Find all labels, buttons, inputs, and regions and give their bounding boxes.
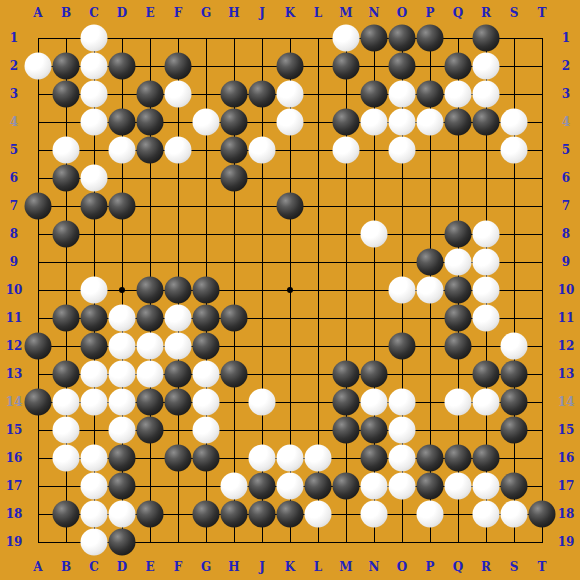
row-label: 7 bbox=[562, 200, 570, 212]
column-label: H bbox=[228, 561, 239, 573]
black-stone[interactable] bbox=[193, 277, 220, 304]
column-label: B bbox=[61, 7, 71, 19]
column-label: E bbox=[145, 7, 154, 19]
white-stone[interactable] bbox=[81, 277, 108, 304]
white-stone[interactable] bbox=[389, 277, 416, 304]
black-stone[interactable] bbox=[137, 81, 164, 108]
white-stone[interactable] bbox=[361, 473, 388, 500]
black-stone[interactable] bbox=[165, 445, 192, 472]
column-label: A bbox=[33, 561, 42, 573]
white-stone[interactable] bbox=[361, 389, 388, 416]
black-stone[interactable] bbox=[25, 389, 52, 416]
black-stone[interactable] bbox=[501, 473, 528, 500]
white-stone[interactable] bbox=[417, 501, 444, 528]
black-stone[interactable] bbox=[109, 193, 136, 220]
black-stone[interactable] bbox=[53, 305, 80, 332]
white-stone[interactable] bbox=[81, 53, 108, 80]
row-label: 14 bbox=[6, 396, 23, 408]
white-stone[interactable] bbox=[473, 221, 500, 248]
white-stone[interactable] bbox=[109, 417, 136, 444]
black-stone[interactable] bbox=[417, 81, 444, 108]
black-stone[interactable] bbox=[193, 333, 220, 360]
white-stone[interactable] bbox=[109, 361, 136, 388]
row-label: 8 bbox=[562, 228, 570, 240]
row-label: 4 bbox=[562, 116, 570, 128]
black-stone[interactable] bbox=[137, 109, 164, 136]
column-label: C bbox=[89, 7, 99, 19]
white-stone[interactable] bbox=[165, 333, 192, 360]
black-stone[interactable] bbox=[193, 305, 220, 332]
white-stone[interactable] bbox=[53, 417, 80, 444]
black-stone[interactable] bbox=[529, 501, 556, 528]
black-stone[interactable] bbox=[417, 473, 444, 500]
black-stone[interactable] bbox=[221, 109, 248, 136]
black-stone[interactable] bbox=[81, 305, 108, 332]
white-stone[interactable] bbox=[53, 389, 80, 416]
row-label: 19 bbox=[558, 536, 575, 548]
go-board-window: AABBCCDDEEFFGGHHJJKKLLMMNNOOPPQQRRSSTT11… bbox=[0, 0, 580, 580]
row-label: 16 bbox=[558, 452, 575, 464]
white-stone[interactable] bbox=[81, 25, 108, 52]
black-stone[interactable] bbox=[305, 473, 332, 500]
row-label: 3 bbox=[562, 88, 570, 100]
row-label: 17 bbox=[6, 480, 23, 492]
black-stone[interactable] bbox=[137, 137, 164, 164]
white-stone[interactable] bbox=[165, 137, 192, 164]
white-stone[interactable] bbox=[473, 53, 500, 80]
column-label: J bbox=[259, 561, 265, 573]
white-stone[interactable] bbox=[389, 81, 416, 108]
grid-line-vertical bbox=[542, 38, 543, 543]
white-stone[interactable] bbox=[137, 333, 164, 360]
white-stone[interactable] bbox=[501, 137, 528, 164]
column-label: D bbox=[117, 561, 127, 573]
row-label: 4 bbox=[10, 116, 18, 128]
white-stone[interactable] bbox=[417, 277, 444, 304]
row-label: 12 bbox=[6, 340, 23, 352]
black-stone[interactable] bbox=[109, 445, 136, 472]
white-stone[interactable] bbox=[473, 305, 500, 332]
black-stone[interactable] bbox=[361, 81, 388, 108]
black-stone[interactable] bbox=[81, 333, 108, 360]
white-stone[interactable] bbox=[193, 417, 220, 444]
column-label: H bbox=[228, 7, 239, 19]
white-stone[interactable] bbox=[501, 501, 528, 528]
white-stone[interactable] bbox=[81, 165, 108, 192]
white-stone[interactable] bbox=[277, 473, 304, 500]
white-stone[interactable] bbox=[165, 81, 192, 108]
black-stone[interactable] bbox=[53, 361, 80, 388]
row-label: 2 bbox=[10, 60, 18, 72]
row-label: 10 bbox=[558, 284, 575, 296]
white-stone[interactable] bbox=[389, 137, 416, 164]
row-label: 16 bbox=[6, 452, 23, 464]
column-label: E bbox=[145, 561, 154, 573]
black-stone[interactable] bbox=[473, 109, 500, 136]
black-stone[interactable] bbox=[249, 473, 276, 500]
white-stone[interactable] bbox=[473, 81, 500, 108]
black-stone[interactable] bbox=[53, 221, 80, 248]
white-stone[interactable] bbox=[81, 529, 108, 556]
black-stone[interactable] bbox=[333, 361, 360, 388]
white-stone[interactable] bbox=[361, 221, 388, 248]
white-stone[interactable] bbox=[81, 109, 108, 136]
black-stone[interactable] bbox=[277, 193, 304, 220]
column-label: F bbox=[174, 561, 183, 573]
column-label: K bbox=[285, 7, 295, 19]
column-label: A bbox=[33, 7, 42, 19]
column-label: R bbox=[481, 561, 491, 573]
black-stone[interactable] bbox=[53, 53, 80, 80]
row-label: 17 bbox=[558, 480, 575, 492]
column-label: M bbox=[339, 7, 352, 19]
black-stone[interactable] bbox=[25, 193, 52, 220]
black-stone[interactable] bbox=[333, 417, 360, 444]
row-label: 7 bbox=[10, 200, 18, 212]
column-label: B bbox=[61, 561, 71, 573]
black-stone[interactable] bbox=[445, 109, 472, 136]
white-stone[interactable] bbox=[305, 501, 332, 528]
row-label: 14 bbox=[558, 396, 575, 408]
white-stone[interactable] bbox=[389, 109, 416, 136]
black-stone[interactable] bbox=[53, 81, 80, 108]
black-stone[interactable] bbox=[501, 361, 528, 388]
black-stone[interactable] bbox=[165, 53, 192, 80]
column-label: N bbox=[369, 561, 380, 573]
white-stone[interactable] bbox=[389, 445, 416, 472]
black-stone[interactable] bbox=[445, 53, 472, 80]
white-stone[interactable] bbox=[277, 445, 304, 472]
black-stone[interactable] bbox=[473, 25, 500, 52]
white-stone[interactable] bbox=[501, 333, 528, 360]
black-stone[interactable] bbox=[501, 417, 528, 444]
white-stone[interactable] bbox=[81, 445, 108, 472]
column-label: L bbox=[314, 561, 322, 573]
black-stone[interactable] bbox=[249, 81, 276, 108]
black-stone[interactable] bbox=[137, 417, 164, 444]
black-stone[interactable] bbox=[221, 165, 248, 192]
white-stone[interactable] bbox=[81, 501, 108, 528]
black-stone[interactable] bbox=[221, 137, 248, 164]
white-stone[interactable] bbox=[473, 389, 500, 416]
column-label: S bbox=[510, 561, 519, 573]
white-stone[interactable] bbox=[333, 25, 360, 52]
white-stone[interactable] bbox=[417, 109, 444, 136]
white-stone[interactable] bbox=[109, 501, 136, 528]
white-stone[interactable] bbox=[193, 389, 220, 416]
white-stone[interactable] bbox=[25, 53, 52, 80]
black-stone[interactable] bbox=[221, 81, 248, 108]
row-label: 15 bbox=[6, 424, 23, 436]
black-stone[interactable] bbox=[137, 305, 164, 332]
black-stone[interactable] bbox=[137, 389, 164, 416]
row-label: 8 bbox=[10, 228, 18, 240]
black-stone[interactable] bbox=[53, 165, 80, 192]
row-label: 2 bbox=[562, 60, 570, 72]
white-stone[interactable] bbox=[53, 137, 80, 164]
white-stone[interactable] bbox=[445, 81, 472, 108]
white-stone[interactable] bbox=[81, 361, 108, 388]
white-stone[interactable] bbox=[81, 389, 108, 416]
column-label: P bbox=[425, 7, 434, 19]
black-stone[interactable] bbox=[333, 473, 360, 500]
black-stone[interactable] bbox=[333, 109, 360, 136]
black-stone[interactable] bbox=[473, 445, 500, 472]
black-stone[interactable] bbox=[277, 53, 304, 80]
column-label: G bbox=[201, 561, 211, 573]
column-label: S bbox=[510, 7, 519, 19]
row-label: 13 bbox=[6, 368, 23, 380]
white-stone[interactable] bbox=[305, 445, 332, 472]
column-label: M bbox=[339, 561, 352, 573]
black-stone[interactable] bbox=[361, 25, 388, 52]
white-stone[interactable] bbox=[473, 277, 500, 304]
white-stone[interactable] bbox=[445, 473, 472, 500]
white-stone[interactable] bbox=[445, 389, 472, 416]
white-stone[interactable] bbox=[81, 81, 108, 108]
row-label: 10 bbox=[6, 284, 23, 296]
row-label: 6 bbox=[10, 172, 18, 184]
row-label: 11 bbox=[6, 312, 23, 324]
black-stone[interactable] bbox=[417, 25, 444, 52]
row-label: 1 bbox=[562, 32, 570, 44]
black-stone[interactable] bbox=[389, 25, 416, 52]
column-label: K bbox=[285, 561, 295, 573]
black-stone[interactable] bbox=[333, 389, 360, 416]
row-label: 6 bbox=[562, 172, 570, 184]
black-stone[interactable] bbox=[221, 501, 248, 528]
white-stone[interactable] bbox=[53, 445, 80, 472]
column-label: O bbox=[397, 7, 407, 19]
black-stone[interactable] bbox=[221, 361, 248, 388]
black-stone[interactable] bbox=[165, 389, 192, 416]
row-label: 3 bbox=[10, 88, 18, 100]
black-stone[interactable] bbox=[165, 277, 192, 304]
black-stone[interactable] bbox=[445, 221, 472, 248]
white-stone[interactable] bbox=[249, 445, 276, 472]
white-stone[interactable] bbox=[389, 417, 416, 444]
column-label: J bbox=[259, 7, 265, 19]
column-label: T bbox=[538, 561, 547, 573]
black-stone[interactable] bbox=[389, 53, 416, 80]
black-stone[interactable] bbox=[389, 333, 416, 360]
black-stone[interactable] bbox=[445, 445, 472, 472]
white-stone[interactable] bbox=[193, 109, 220, 136]
row-label: 18 bbox=[558, 508, 575, 520]
white-stone[interactable] bbox=[473, 473, 500, 500]
column-label: T bbox=[538, 7, 547, 19]
black-stone[interactable] bbox=[445, 277, 472, 304]
white-stone[interactable] bbox=[277, 109, 304, 136]
black-stone[interactable] bbox=[361, 445, 388, 472]
black-stone[interactable] bbox=[417, 249, 444, 276]
black-stone[interactable] bbox=[137, 277, 164, 304]
black-stone[interactable] bbox=[221, 305, 248, 332]
row-label: 13 bbox=[558, 368, 575, 380]
column-label: Q bbox=[453, 7, 463, 19]
star-point bbox=[119, 287, 125, 293]
black-stone[interactable] bbox=[501, 389, 528, 416]
column-label: O bbox=[397, 561, 407, 573]
column-label: Q bbox=[453, 561, 463, 573]
black-stone[interactable] bbox=[109, 473, 136, 500]
white-stone[interactable] bbox=[389, 389, 416, 416]
black-stone[interactable] bbox=[193, 501, 220, 528]
black-stone[interactable] bbox=[473, 361, 500, 388]
black-stone[interactable] bbox=[361, 361, 388, 388]
row-label: 5 bbox=[10, 144, 18, 156]
white-stone[interactable] bbox=[277, 81, 304, 108]
black-stone[interactable] bbox=[333, 53, 360, 80]
black-stone[interactable] bbox=[249, 501, 276, 528]
black-stone[interactable] bbox=[165, 361, 192, 388]
white-stone[interactable] bbox=[109, 305, 136, 332]
white-stone[interactable] bbox=[137, 361, 164, 388]
column-label: R bbox=[481, 7, 491, 19]
row-label: 12 bbox=[558, 340, 575, 352]
row-label: 9 bbox=[10, 256, 18, 268]
black-stone[interactable] bbox=[137, 501, 164, 528]
white-stone[interactable] bbox=[389, 473, 416, 500]
black-stone[interactable] bbox=[417, 445, 444, 472]
white-stone[interactable] bbox=[165, 305, 192, 332]
row-label: 11 bbox=[558, 312, 575, 324]
row-label: 19 bbox=[6, 536, 23, 548]
white-stone[interactable] bbox=[249, 137, 276, 164]
row-label: 15 bbox=[558, 424, 575, 436]
white-stone[interactable] bbox=[109, 389, 136, 416]
column-label: D bbox=[117, 7, 127, 19]
column-label: F bbox=[174, 7, 183, 19]
row-label: 1 bbox=[10, 32, 18, 44]
column-label: P bbox=[425, 561, 434, 573]
white-stone[interactable] bbox=[361, 501, 388, 528]
white-stone[interactable] bbox=[109, 137, 136, 164]
black-stone[interactable] bbox=[81, 193, 108, 220]
black-stone[interactable] bbox=[25, 333, 52, 360]
column-label: N bbox=[369, 7, 380, 19]
row-label: 18 bbox=[6, 508, 23, 520]
white-stone[interactable] bbox=[333, 137, 360, 164]
black-stone[interactable] bbox=[109, 53, 136, 80]
black-stone[interactable] bbox=[445, 333, 472, 360]
column-label: C bbox=[89, 561, 99, 573]
white-stone[interactable] bbox=[193, 361, 220, 388]
white-stone[interactable] bbox=[249, 389, 276, 416]
white-stone[interactable] bbox=[221, 473, 248, 500]
white-stone[interactable] bbox=[361, 109, 388, 136]
black-stone[interactable] bbox=[445, 305, 472, 332]
column-label: G bbox=[201, 7, 211, 19]
black-stone[interactable] bbox=[109, 529, 136, 556]
white-stone[interactable] bbox=[445, 249, 472, 276]
white-stone[interactable] bbox=[473, 249, 500, 276]
black-stone[interactable] bbox=[53, 501, 80, 528]
star-point bbox=[287, 287, 293, 293]
black-stone[interactable] bbox=[277, 501, 304, 528]
black-stone[interactable] bbox=[361, 417, 388, 444]
white-stone[interactable] bbox=[81, 473, 108, 500]
black-stone[interactable] bbox=[193, 445, 220, 472]
white-stone[interactable] bbox=[109, 333, 136, 360]
white-stone[interactable] bbox=[501, 109, 528, 136]
row-label: 9 bbox=[562, 256, 570, 268]
white-stone[interactable] bbox=[473, 501, 500, 528]
column-label: L bbox=[314, 7, 322, 19]
black-stone[interactable] bbox=[109, 109, 136, 136]
row-label: 5 bbox=[562, 144, 570, 156]
